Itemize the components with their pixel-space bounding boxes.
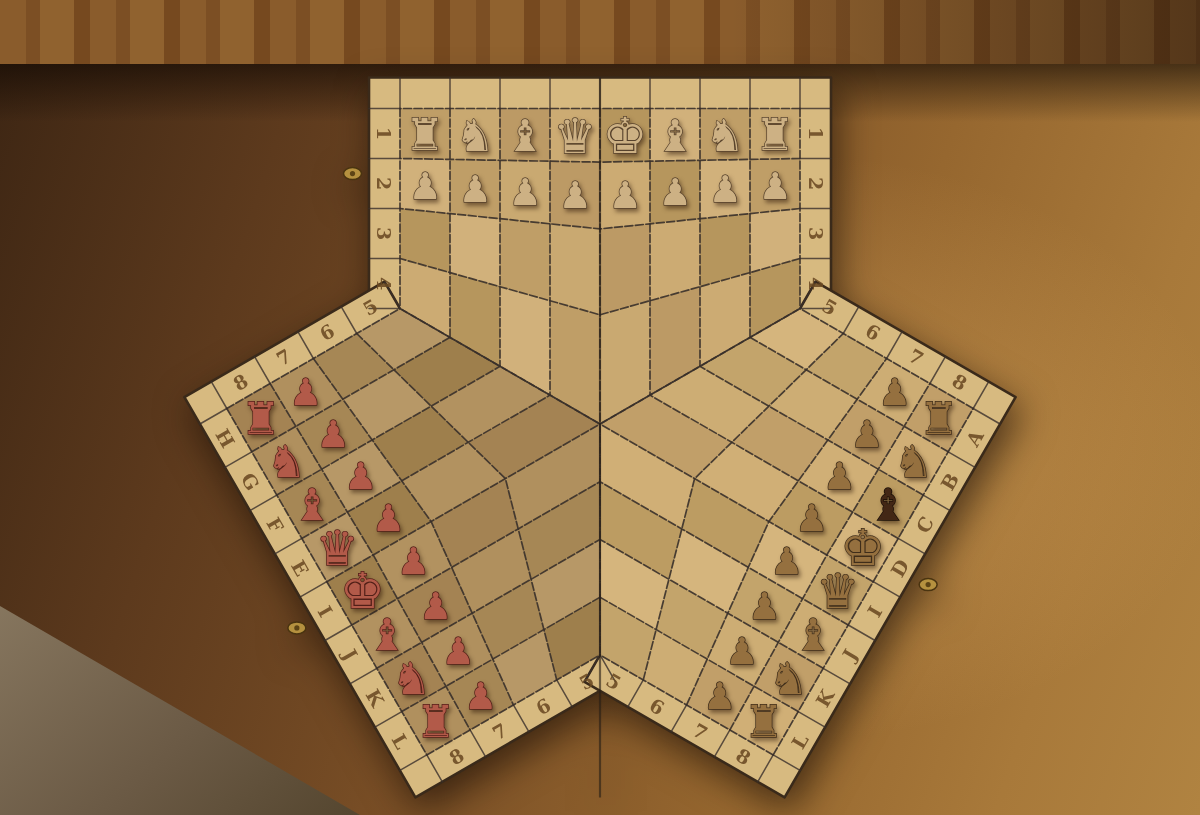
brass-latch-upper-left [344, 168, 362, 180]
far-pawn[interactable]: ♟ [758, 165, 791, 208]
far-pawn[interactable]: ♟ [608, 174, 641, 217]
right-pawn[interactable]: ♟ [878, 371, 911, 414]
far-pawn[interactable]: ♟ [558, 174, 591, 217]
far-pawn[interactable]: ♟ [708, 168, 741, 211]
far-queen[interactable]: ♛ [553, 108, 596, 164]
far-rook[interactable]: ♜ [405, 109, 444, 160]
left-pawn[interactable]: ♟ [344, 455, 377, 498]
edge-label-4: 4 [373, 277, 395, 290]
edge-label-3: 3 [805, 227, 827, 240]
left-pawn[interactable]: ♟ [464, 675, 497, 718]
far-pawn[interactable]: ♟ [458, 168, 491, 211]
edge-label-1: 1 [805, 127, 827, 140]
right-pawn[interactable]: ♟ [823, 455, 856, 498]
far-pawn[interactable]: ♟ [508, 171, 541, 214]
edge-label-1: 1 [373, 127, 395, 140]
left-pawn[interactable]: ♟ [419, 585, 452, 628]
brass-clasp-right [919, 579, 937, 591]
edge-label-4: 4 [805, 277, 827, 290]
far-bishop[interactable]: ♝ [655, 110, 694, 161]
right-pawn[interactable]: ♟ [748, 585, 781, 628]
edge-label-2: 2 [805, 177, 827, 190]
far-knight[interactable]: ♞ [455, 110, 494, 161]
far-pawn[interactable]: ♟ [408, 165, 441, 208]
left-pawn[interactable]: ♟ [317, 413, 350, 456]
left-pawn[interactable]: ♟ [442, 630, 475, 673]
far-bishop[interactable]: ♝ [505, 110, 544, 161]
brass-clasp-left [288, 622, 306, 634]
right-pawn[interactable]: ♟ [703, 675, 736, 718]
right-pawn[interactable]: ♟ [795, 497, 828, 540]
photo-scene: HGFEIJKLABCDIJKL123412348765876587658765… [0, 0, 1200, 815]
edge-label-3: 3 [373, 227, 395, 240]
left-pawn[interactable]: ♟ [372, 497, 405, 540]
left-pawn[interactable]: ♟ [397, 540, 430, 583]
left-pawn[interactable]: ♟ [289, 371, 322, 414]
far-rook[interactable]: ♜ [755, 109, 794, 160]
edge-label-2: 2 [373, 177, 395, 190]
right-rook[interactable]: ♜ [744, 696, 783, 747]
right-pawn[interactable]: ♟ [725, 630, 758, 673]
far-knight[interactable]: ♞ [705, 110, 744, 161]
far-pawn[interactable]: ♟ [658, 171, 691, 214]
three-player-chess-board: HGFEIJKLABCDIJKL123412348765876587658765… [0, 0, 1200, 815]
right-pawn[interactable]: ♟ [850, 413, 883, 456]
far-king[interactable]: ♚ [603, 107, 648, 165]
left-rook[interactable]: ♜ [416, 696, 455, 747]
right-pawn[interactable]: ♟ [770, 540, 803, 583]
